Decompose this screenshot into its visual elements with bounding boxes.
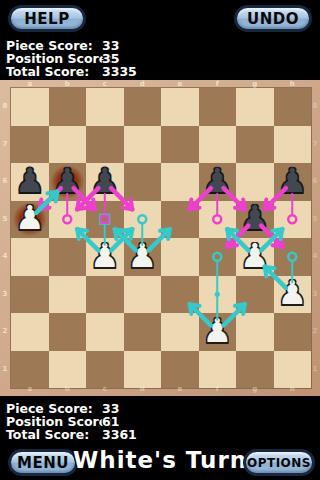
rank-label-3: 3 [310, 276, 320, 314]
rank-label-8: 8 [310, 88, 320, 126]
square-d6[interactable] [124, 163, 162, 201]
file-label-a: a [11, 80, 49, 88]
square-e2[interactable] [161, 313, 199, 351]
white-pawn-d4[interactable]: ♟ [124, 239, 162, 272]
square-c3[interactable] [86, 276, 124, 314]
square-a8[interactable] [11, 88, 49, 126]
rank-label-2: 2 [0, 313, 10, 351]
file-label-e: e [161, 80, 199, 88]
rank-label-1: 1 [310, 351, 320, 389]
white-pawn-a5[interactable]: ♟ [11, 201, 49, 234]
square-h5[interactable] [274, 201, 312, 239]
square-c2[interactable] [86, 313, 124, 351]
square-b2[interactable] [49, 313, 87, 351]
square-g1[interactable] [236, 351, 274, 389]
square-b7[interactable] [49, 126, 87, 164]
file-label-c: c [86, 80, 124, 88]
square-c7[interactable] [86, 126, 124, 164]
top-total-score-row: Total Score: 3335 [6, 65, 89, 78]
white-pawn-f2[interactable]: ♟ [199, 314, 237, 347]
square-d5[interactable] [124, 201, 162, 239]
black-pawn-c6[interactable]: ♟ [86, 164, 124, 197]
rank-label-4: 4 [0, 238, 10, 276]
white-pawn-g4[interactable]: ♟ [236, 239, 274, 272]
black-pawn-a6[interactable]: ♟ [11, 164, 49, 197]
black-pawn-h6[interactable]: ♟ [274, 164, 312, 197]
square-f5[interactable] [199, 201, 237, 239]
square-c1[interactable] [86, 351, 124, 389]
square-d1[interactable] [124, 351, 162, 389]
black-pawn-g5[interactable]: ♟ [236, 201, 274, 234]
square-h8[interactable] [274, 88, 312, 126]
square-h2[interactable] [274, 313, 312, 351]
rank-label-7: 7 [310, 126, 320, 164]
square-g6[interactable] [236, 163, 274, 201]
square-g3[interactable] [236, 276, 274, 314]
square-d7[interactable] [124, 126, 162, 164]
square-f4[interactable] [199, 238, 237, 276]
square-b3[interactable] [49, 276, 87, 314]
rank-label-1: 1 [0, 351, 10, 389]
chess-board[interactable]: aabbccddeeffgghh8877665544332211 ♟♟♟♟♟♟♟… [0, 80, 320, 396]
square-a3[interactable] [11, 276, 49, 314]
bottom-total-score-row: Total Score: 3361 [6, 428, 89, 441]
square-d3[interactable] [124, 276, 162, 314]
square-b1[interactable] [49, 351, 87, 389]
rank-label-5: 5 [0, 201, 10, 239]
square-c5[interactable] [86, 201, 124, 239]
square-e1[interactable] [161, 351, 199, 389]
square-c8[interactable] [86, 88, 124, 126]
square-f1[interactable] [199, 351, 237, 389]
square-d2[interactable] [124, 313, 162, 351]
top-total-score-label: Total Score: [6, 64, 89, 79]
square-d8[interactable] [124, 88, 162, 126]
rank-label-4: 4 [310, 238, 320, 276]
square-f7[interactable] [199, 126, 237, 164]
square-f3[interactable] [199, 276, 237, 314]
file-label-d: d [124, 80, 162, 88]
square-e6[interactable] [161, 163, 199, 201]
bottom-total-score-value: 3361 [102, 428, 137, 441]
black-pawn-b6[interactable]: ♟ [49, 164, 87, 197]
black-pawn-f6[interactable]: ♟ [199, 164, 237, 197]
rank-label-5: 5 [310, 201, 320, 239]
app-screen: HELP UNDO Piece Score: 33 Position Score… [0, 0, 320, 480]
square-e7[interactable] [161, 126, 199, 164]
square-e5[interactable] [161, 201, 199, 239]
square-a1[interactable] [11, 351, 49, 389]
square-h1[interactable] [274, 351, 312, 389]
help-button[interactable]: HELP [8, 5, 86, 32]
file-label-h: h [274, 80, 312, 88]
rank-label-6: 6 [310, 163, 320, 201]
rank-label-7: 7 [0, 126, 10, 164]
white-pawn-c4[interactable]: ♟ [86, 239, 124, 272]
square-a2[interactable] [11, 313, 49, 351]
square-f8[interactable] [199, 88, 237, 126]
square-a4[interactable] [11, 238, 49, 276]
rank-label-3: 3 [0, 276, 10, 314]
rank-label-8: 8 [0, 88, 10, 126]
square-h7[interactable] [274, 126, 312, 164]
square-g7[interactable] [236, 126, 274, 164]
square-g2[interactable] [236, 313, 274, 351]
rank-label-2: 2 [310, 313, 320, 351]
square-b8[interactable] [49, 88, 87, 126]
top-total-score-value: 3335 [102, 65, 137, 78]
square-e8[interactable] [161, 88, 199, 126]
file-label-b: b [49, 80, 87, 88]
square-e4[interactable] [161, 238, 199, 276]
bottom-total-score-label: Total Score: [6, 427, 89, 442]
square-e3[interactable] [161, 276, 199, 314]
square-b5[interactable] [49, 201, 87, 239]
square-h4[interactable] [274, 238, 312, 276]
rank-label-6: 6 [0, 163, 10, 201]
options-button[interactable]: OPTIONS [243, 449, 315, 476]
square-b4[interactable] [49, 238, 87, 276]
square-g8[interactable] [236, 88, 274, 126]
square-a7[interactable] [11, 126, 49, 164]
file-label-g: g [236, 80, 274, 88]
white-pawn-h3[interactable]: ♟ [274, 276, 312, 309]
undo-button[interactable]: UNDO [234, 5, 312, 32]
file-label-f: f [199, 80, 237, 88]
